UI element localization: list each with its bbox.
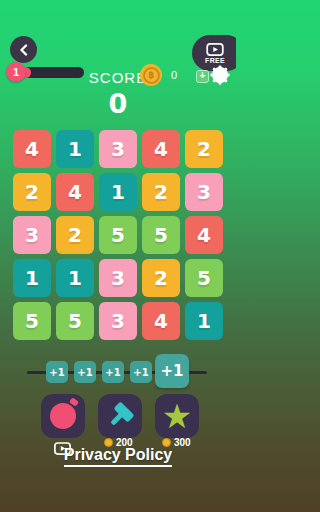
privacy-policy-label: Privacy Policy — [64, 446, 173, 467]
tile-r4c4[interactable]: 2 — [142, 259, 180, 297]
queue-tile-4: +1 — [130, 361, 152, 383]
free-label: FREE — [205, 57, 225, 64]
settings-gear-icon[interactable] — [209, 64, 231, 86]
queue-tile-1: +1 — [46, 361, 68, 383]
tile-r2c4[interactable]: 2 — [142, 173, 180, 211]
tile-r5c3[interactable]: 3 — [99, 302, 137, 340]
tile-r3c3[interactable]: 5 — [99, 216, 137, 254]
coin-inner-mark: ฿ — [143, 67, 160, 84]
coin-count: 0 — [164, 69, 184, 81]
hammer-powerup-button[interactable] — [98, 394, 142, 438]
board-grid: 4134224123325541132555341 — [13, 130, 223, 340]
tile-r5c4[interactable]: 4 — [142, 302, 180, 340]
tile-r2c5[interactable]: 3 — [185, 173, 223, 211]
coin-icon: ฿ — [140, 64, 162, 86]
tile-r2c3[interactable]: 1 — [99, 173, 137, 211]
queue-tile-2: +1 — [74, 361, 96, 383]
score-value: 0 — [0, 88, 236, 119]
star-icon: ★ — [162, 399, 192, 433]
queue-tile-3: +1 — [102, 361, 124, 383]
tile-r1c5[interactable]: 2 — [185, 130, 223, 168]
chevron-left-icon — [18, 44, 30, 56]
tile-r5c5[interactable]: 1 — [185, 302, 223, 340]
tile-r2c1[interactable]: 2 — [13, 173, 51, 211]
tile-r2c2[interactable]: 4 — [56, 173, 94, 211]
next-tile[interactable]: +1 — [155, 354, 189, 388]
tile-r1c4[interactable]: 4 — [142, 130, 180, 168]
privacy-policy-link[interactable]: Privacy Policy — [0, 446, 236, 467]
star-powerup-button[interactable]: ★ — [155, 394, 199, 438]
tile-r1c1[interactable]: 4 — [13, 130, 51, 168]
tile-r5c1[interactable]: 5 — [13, 302, 51, 340]
tile-r3c4[interactable]: 5 — [142, 216, 180, 254]
video-ad-icon — [206, 43, 224, 56]
add-coins-button[interactable]: + — [196, 70, 209, 83]
bomb-powerup-button[interactable] — [41, 394, 85, 438]
tile-r4c1[interactable]: 1 — [13, 259, 51, 297]
queue-row: +1+1+1+1 — [46, 361, 152, 383]
tile-r4c5[interactable]: 5 — [185, 259, 223, 297]
back-button[interactable] — [10, 36, 37, 63]
tile-r5c2[interactable]: 5 — [56, 302, 94, 340]
tile-r3c1[interactable]: 3 — [13, 216, 51, 254]
hammer-icon — [105, 401, 135, 431]
tile-r1c2[interactable]: 1 — [56, 130, 94, 168]
bomb-icon — [50, 403, 76, 429]
tile-r3c2[interactable]: 2 — [56, 216, 94, 254]
tile-r4c2[interactable]: 1 — [56, 259, 94, 297]
tile-r1c3[interactable]: 3 — [99, 130, 137, 168]
tile-r4c3[interactable]: 3 — [99, 259, 137, 297]
tile-r3c5[interactable]: 4 — [185, 216, 223, 254]
